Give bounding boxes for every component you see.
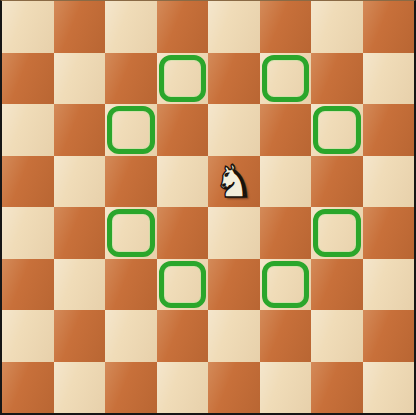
square-f5[interactable] xyxy=(260,156,312,208)
square-d5[interactable] xyxy=(157,156,209,208)
square-h7[interactable] xyxy=(363,53,415,105)
square-d7[interactable] xyxy=(157,53,209,105)
square-g4[interactable] xyxy=(311,207,363,259)
square-e3[interactable] xyxy=(208,259,260,311)
square-d1[interactable] xyxy=(157,362,209,414)
square-a1[interactable] xyxy=(2,362,54,414)
square-d6[interactable] xyxy=(157,104,209,156)
square-e6[interactable] xyxy=(208,104,260,156)
white-knight[interactable]: ♞ xyxy=(208,156,260,208)
square-b5[interactable] xyxy=(54,156,106,208)
square-g5[interactable] xyxy=(311,156,363,208)
square-b6[interactable] xyxy=(54,104,106,156)
square-f3[interactable] xyxy=(260,259,312,311)
square-e4[interactable] xyxy=(208,207,260,259)
square-c5[interactable] xyxy=(105,156,157,208)
square-g6[interactable] xyxy=(311,104,363,156)
square-g2[interactable] xyxy=(311,310,363,362)
legal-move-highlight-f3 xyxy=(262,261,310,309)
square-c4[interactable] xyxy=(105,207,157,259)
square-g1[interactable] xyxy=(311,362,363,414)
legal-move-highlight-f7 xyxy=(262,55,310,103)
legal-move-highlight-c4 xyxy=(107,209,155,257)
square-h5[interactable] xyxy=(363,156,415,208)
square-g8[interactable] xyxy=(311,1,363,53)
square-f6[interactable] xyxy=(260,104,312,156)
square-c7[interactable] xyxy=(105,53,157,105)
square-a6[interactable] xyxy=(2,104,54,156)
square-h8[interactable] xyxy=(363,1,415,53)
square-h3[interactable] xyxy=(363,259,415,311)
square-e2[interactable] xyxy=(208,310,260,362)
square-d2[interactable] xyxy=(157,310,209,362)
square-d8[interactable] xyxy=(157,1,209,53)
square-f2[interactable] xyxy=(260,310,312,362)
square-b1[interactable] xyxy=(54,362,106,414)
square-c2[interactable] xyxy=(105,310,157,362)
square-f8[interactable] xyxy=(260,1,312,53)
square-c8[interactable] xyxy=(105,1,157,53)
square-d4[interactable] xyxy=(157,207,209,259)
square-b2[interactable] xyxy=(54,310,106,362)
square-b8[interactable] xyxy=(54,1,106,53)
square-a7[interactable] xyxy=(2,53,54,105)
square-d3[interactable] xyxy=(157,259,209,311)
square-a2[interactable] xyxy=(2,310,54,362)
square-c1[interactable] xyxy=(105,362,157,414)
legal-move-highlight-d3 xyxy=(159,261,207,309)
square-b4[interactable] xyxy=(54,207,106,259)
square-a5[interactable] xyxy=(2,156,54,208)
square-g3[interactable] xyxy=(311,259,363,311)
square-c3[interactable] xyxy=(105,259,157,311)
legal-move-highlight-g4 xyxy=(313,209,361,257)
square-h6[interactable] xyxy=(363,104,415,156)
square-a4[interactable] xyxy=(2,207,54,259)
square-g7[interactable] xyxy=(311,53,363,105)
square-h4[interactable] xyxy=(363,207,415,259)
square-e1[interactable] xyxy=(208,362,260,414)
square-c6[interactable] xyxy=(105,104,157,156)
square-b3[interactable] xyxy=(54,259,106,311)
legal-move-highlight-g6 xyxy=(313,106,361,154)
square-f4[interactable] xyxy=(260,207,312,259)
square-f7[interactable] xyxy=(260,53,312,105)
square-e7[interactable] xyxy=(208,53,260,105)
square-h1[interactable] xyxy=(363,362,415,414)
square-e8[interactable] xyxy=(208,1,260,53)
square-h2[interactable] xyxy=(363,310,415,362)
square-f1[interactable] xyxy=(260,362,312,414)
chess-board: ♞ xyxy=(0,0,416,415)
square-a8[interactable] xyxy=(2,1,54,53)
square-b7[interactable] xyxy=(54,53,106,105)
square-a3[interactable] xyxy=(2,259,54,311)
square-e5[interactable]: ♞ xyxy=(208,156,260,208)
legal-move-highlight-d7 xyxy=(159,55,207,103)
legal-move-highlight-c6 xyxy=(107,106,155,154)
